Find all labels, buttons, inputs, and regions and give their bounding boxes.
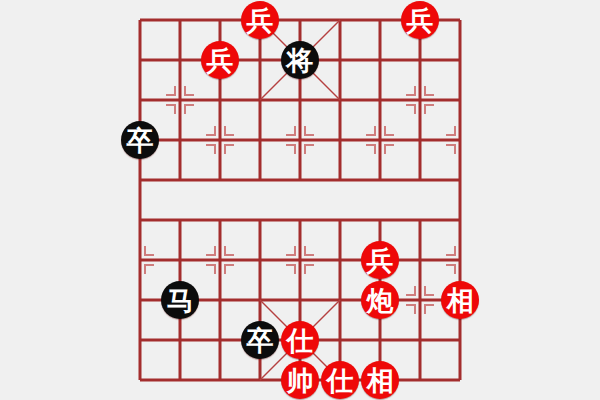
- piece-red-advisor-2[interactable]: 仕: [321, 361, 359, 399]
- piece-black-soldier-2[interactable]: 卒: [241, 321, 279, 359]
- xiangqi-diagram: 兵兵兵将卒兵马炮相卒仕帅仕相: [0, 0, 600, 400]
- piece-red-general[interactable]: 帅: [281, 361, 319, 399]
- pieces-grid: 兵兵兵将卒兵马炮相卒仕帅仕相: [120, 0, 480, 400]
- piece-black-general[interactable]: 将: [281, 41, 319, 79]
- piece-black-horse[interactable]: 马: [161, 281, 199, 319]
- piece-red-soldier-2[interactable]: 兵: [401, 1, 439, 39]
- piece-red-soldier-4[interactable]: 兵: [361, 241, 399, 279]
- piece-red-elephant-1[interactable]: 相: [441, 281, 479, 319]
- piece-red-soldier-3[interactable]: 兵: [201, 41, 239, 79]
- piece-red-cannon[interactable]: 炮: [361, 281, 399, 319]
- piece-red-soldier-1[interactable]: 兵: [241, 1, 279, 39]
- piece-red-elephant-2[interactable]: 相: [361, 361, 399, 399]
- piece-black-soldier-1[interactable]: 卒: [121, 121, 159, 159]
- piece-red-advisor-1[interactable]: 仕: [281, 321, 319, 359]
